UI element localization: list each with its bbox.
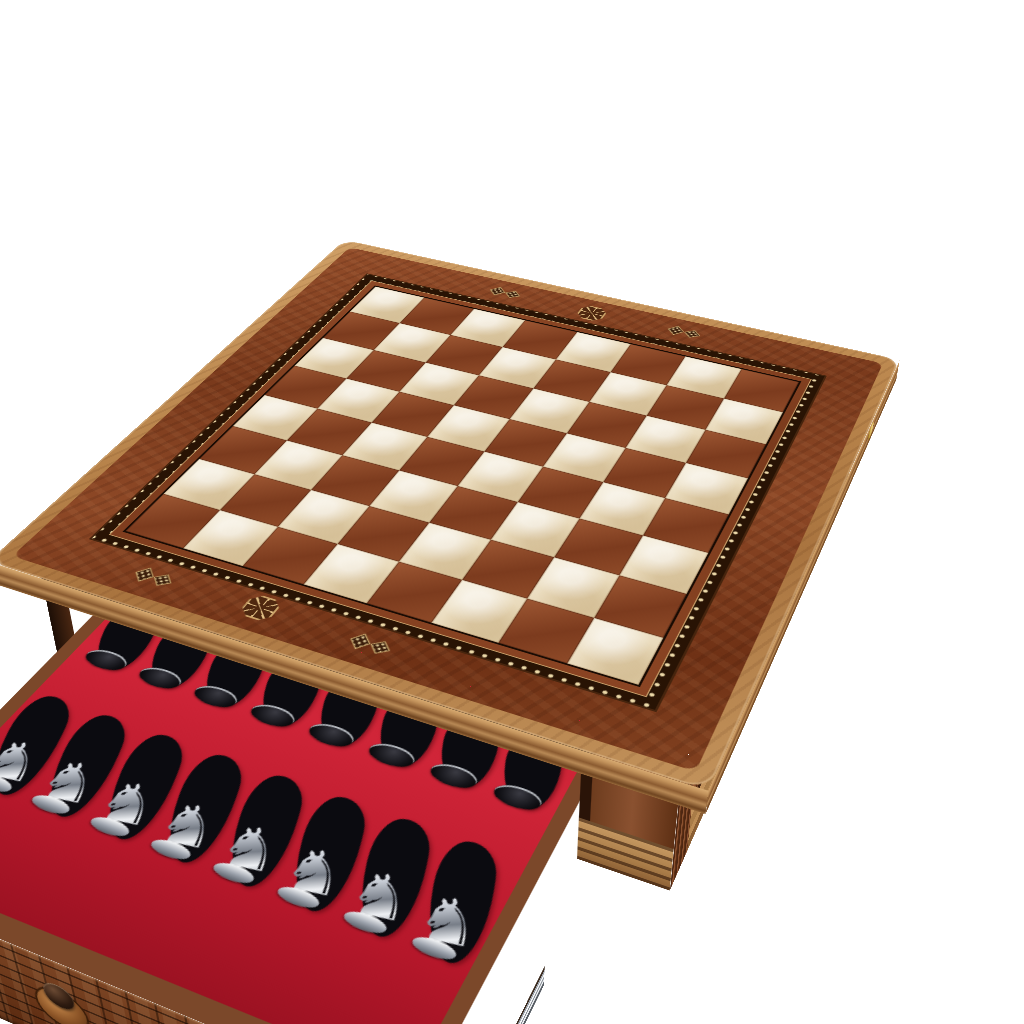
piece-recess: [35, 713, 134, 819]
square-e4[interactable]: [458, 452, 543, 502]
silver-chessman[interactable]: ♞: [404, 885, 495, 960]
square-f1[interactable]: [431, 580, 527, 643]
silver-chessman[interactable]: ♞: [0, 731, 60, 791]
silver-piece-slot-6[interactable]: ♞: [266, 793, 389, 917]
square-e2[interactable]: [399, 523, 491, 580]
chess-cabinet-3d: ♞♞♞♞♞♞♞♞: [0, 240, 900, 791]
kite-diamond: [154, 575, 172, 586]
square-c3[interactable]: [311, 455, 399, 506]
product-photo-canvas: ♞♞♞♞♞♞♞♞: [0, 0, 1024, 1024]
square-d2[interactable]: [338, 506, 430, 562]
piece-recess: [155, 753, 249, 865]
case-corner-foot: [577, 817, 674, 890]
silver-chessman[interactable]: ♞: [205, 815, 297, 883]
square-g2[interactable]: [527, 557, 619, 618]
silver-piece-slot-7[interactable]: ♞: [332, 815, 453, 943]
square-b2[interactable]: [220, 474, 311, 527]
square-e3[interactable]: [429, 486, 518, 540]
double-kite-inlay-near: [339, 628, 400, 660]
silver-piece-base: [86, 813, 133, 840]
silver-piece-slot-8[interactable]: ♞: [400, 837, 519, 969]
silver-chessman[interactable]: ♞: [269, 837, 360, 907]
kite-diamond: [684, 330, 700, 337]
square-d1[interactable]: [304, 544, 399, 603]
silver-piece-slot-5[interactable]: ♞: [201, 772, 326, 892]
double-kite-inlay-near: [124, 563, 183, 592]
square-c1[interactable]: [243, 527, 338, 585]
eight-point-star-inlay-near: [237, 593, 284, 623]
square-h1[interactable]: [567, 618, 663, 685]
piece-recess: [218, 773, 309, 889]
square-g4[interactable]: [580, 482, 666, 535]
square-f2[interactable]: [462, 540, 554, 599]
square-h4[interactable]: [643, 498, 729, 553]
kite-diamond: [505, 291, 520, 298]
square-h5[interactable]: [665, 463, 748, 515]
square-f3[interactable]: [491, 502, 580, 557]
piece-recess: [283, 795, 371, 914]
square-b1[interactable]: [183, 510, 278, 566]
silver-piece-slot-2[interactable]: ♞: [20, 711, 149, 821]
silver-piece-base: [28, 792, 75, 818]
silver-chessman[interactable]: ♞: [335, 861, 426, 933]
silver-chessman[interactable]: ♞: [143, 793, 235, 859]
silver-piece-base: [147, 836, 195, 863]
silver-piece-base: [209, 859, 258, 887]
silver-piece-base: [274, 883, 324, 912]
square-e1[interactable]: [367, 562, 462, 623]
square-g5[interactable]: [603, 448, 686, 498]
silver-piece-slot-4[interactable]: ♞: [139, 751, 265, 867]
square-f4[interactable]: [518, 467, 604, 519]
silver-piece-base: [340, 907, 390, 937]
silver-piece-slot-1[interactable]: ♞: [0, 693, 93, 800]
kite-diamond: [136, 568, 154, 582]
piece-recess: [0, 694, 79, 797]
square-a1[interactable]: [126, 494, 220, 548]
kite-diamond: [350, 634, 370, 649]
silver-piece-slot-3[interactable]: ♞: [79, 731, 206, 844]
kite-diamond: [370, 641, 390, 653]
silver-piece-base: [0, 770, 16, 795]
square-g3[interactable]: [554, 519, 643, 576]
square-d3[interactable]: [369, 470, 457, 522]
kite-diamond: [668, 326, 684, 335]
square-h2[interactable]: [594, 575, 686, 637]
silver-chessman[interactable]: ♞: [83, 772, 175, 836]
kite-diamond: [490, 287, 505, 295]
square-a2[interactable]: [164, 459, 255, 510]
silver-chessman[interactable]: ♞: [24, 751, 116, 813]
square-b3[interactable]: [254, 440, 342, 489]
silver-piece-base: [409, 933, 460, 964]
piece-recess: [94, 733, 191, 842]
square-h3[interactable]: [619, 535, 708, 593]
piece-recess: [419, 839, 500, 966]
square-c2[interactable]: [278, 490, 369, 544]
piece-recess: [350, 817, 435, 940]
square-g1[interactable]: [498, 599, 594, 664]
